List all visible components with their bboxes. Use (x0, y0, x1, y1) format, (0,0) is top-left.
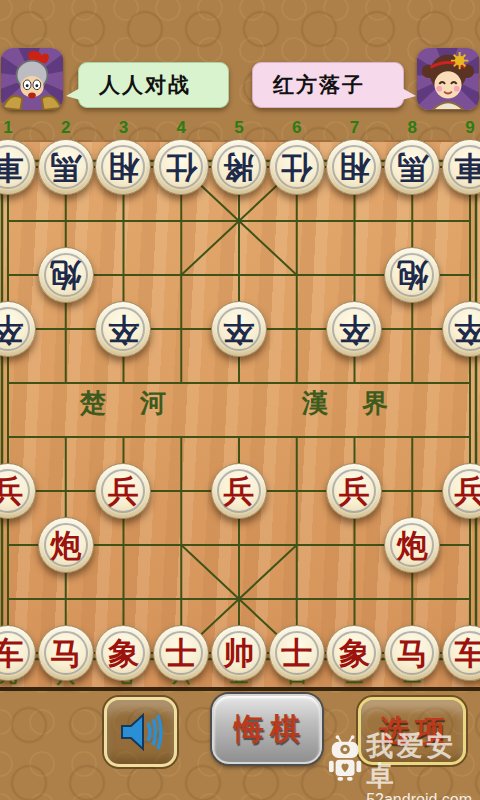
piece-glyph: 仕 (281, 152, 312, 183)
piece-red-elephant[interactable]: 象 (326, 625, 382, 681)
piece-glyph: 炮 (397, 530, 428, 561)
file-label-4: 4 (171, 118, 191, 138)
piece-glyph: 炮 (50, 260, 81, 291)
piece-red-chariot[interactable]: 车 (0, 625, 36, 681)
piece-glyph: 車 (0, 152, 23, 183)
piece-glyph: 卒 (0, 314, 23, 345)
piece-black-advisor[interactable]: 仕 (153, 139, 209, 195)
piece-glyph: 兵 (454, 476, 480, 507)
girl-avatar-icon (417, 48, 479, 110)
piece-glyph: 卒 (454, 314, 480, 345)
piece-black-horse[interactable]: 馬 (38, 139, 94, 195)
piece-red-elephant[interactable]: 象 (95, 625, 151, 681)
piece-red-horse[interactable]: 马 (384, 625, 440, 681)
undo-button[interactable]: 悔棋 (212, 694, 322, 764)
piece-glyph: 兵 (0, 476, 23, 507)
file-label-6: 6 (287, 118, 307, 138)
piece-black-elephant[interactable]: 相 (95, 139, 151, 195)
piece-black-advisor[interactable]: 仕 (269, 139, 325, 195)
piece-glyph: 车 (0, 638, 23, 669)
piece-glyph: 兵 (108, 476, 139, 507)
watermark-title: 我爱安卓 (366, 731, 480, 791)
piece-red-cannon[interactable]: 炮 (384, 517, 440, 573)
piece-red-advisor[interactable]: 士 (153, 625, 209, 681)
piece-glyph: 卒 (339, 314, 370, 345)
piece-red-soldier[interactable]: 兵 (442, 463, 480, 519)
right-player-avatar (417, 48, 479, 110)
piece-glyph: 马 (397, 638, 428, 669)
piece-red-soldier[interactable]: 兵 (0, 463, 36, 519)
piece-glyph: 马 (50, 638, 81, 669)
piece-glyph: 帅 (223, 638, 254, 669)
file-label-9: 9 (460, 118, 480, 138)
knight-avatar-icon (1, 48, 63, 110)
speaker-icon (117, 709, 165, 755)
piece-black-general[interactable]: 將 (211, 139, 267, 195)
piece-red-general[interactable]: 帅 (211, 625, 267, 681)
piece-glyph: 兵 (339, 476, 370, 507)
mode-bubble-text: 人人对战 (79, 71, 191, 99)
turn-bubble: 红方落子 (252, 62, 404, 108)
piece-black-chariot[interactable]: 車 (0, 139, 36, 195)
piece-glyph: 兵 (223, 476, 254, 507)
piece-grid: 車馬相仕將仕相馬車炮炮卒卒卒卒卒兵兵兵兵兵炮炮车马象士帅士象马车 (0, 140, 480, 680)
file-label-8: 8 (402, 118, 422, 138)
piece-glyph: 馬 (50, 152, 81, 183)
piece-glyph: 相 (108, 152, 139, 183)
file-label-3: 3 (114, 118, 134, 138)
piece-black-cannon[interactable]: 炮 (38, 247, 94, 303)
piece-red-horse[interactable]: 马 (38, 625, 94, 681)
undo-button-label: 悔棋 (228, 709, 306, 750)
watermark-domain: 52android.com (366, 791, 480, 800)
piece-black-soldier[interactable]: 卒 (0, 301, 36, 357)
file-label-5: 5 (229, 118, 249, 138)
piece-black-soldier[interactable]: 卒 (442, 301, 480, 357)
piece-red-chariot[interactable]: 车 (442, 625, 480, 681)
file-label-2: 2 (56, 118, 76, 138)
piece-glyph: 仕 (166, 152, 197, 183)
piece-glyph: 象 (339, 638, 370, 669)
piece-glyph: 车 (454, 638, 480, 669)
piece-glyph: 士 (166, 638, 197, 669)
piece-glyph: 將 (223, 152, 254, 183)
piece-glyph: 卒 (108, 314, 139, 345)
turn-bubble-text: 红方落子 (253, 71, 365, 99)
game-screen: 人人对战 红方落子 123456789 九八七六五四三二一 楚河 漢界 車馬相仕… (0, 0, 480, 800)
piece-red-advisor[interactable]: 士 (269, 625, 325, 681)
watermark: 我爱安卓 52android.com (328, 731, 480, 800)
mode-bubble: 人人对战 (78, 62, 229, 108)
bubble-tail (66, 88, 80, 100)
file-label-7: 7 (345, 118, 365, 138)
piece-glyph: 炮 (397, 260, 428, 291)
piece-glyph: 車 (454, 152, 480, 183)
piece-black-soldier[interactable]: 卒 (211, 301, 267, 357)
xiangqi-board[interactable]: 123456789 九八七六五四三二一 楚河 漢界 車馬相仕將仕相馬車炮炮卒卒卒… (0, 140, 480, 687)
piece-black-chariot[interactable]: 車 (442, 139, 480, 195)
file-label-1: 1 (0, 118, 18, 138)
piece-red-cannon[interactable]: 炮 (38, 517, 94, 573)
piece-black-cannon[interactable]: 炮 (384, 247, 440, 303)
piece-glyph: 士 (281, 638, 312, 669)
piece-black-soldier[interactable]: 卒 (326, 301, 382, 357)
piece-black-elephant[interactable]: 相 (326, 139, 382, 195)
piece-red-soldier[interactable]: 兵 (326, 463, 382, 519)
piece-glyph: 卒 (223, 314, 254, 345)
sound-button[interactable] (104, 697, 177, 767)
piece-red-soldier[interactable]: 兵 (211, 463, 267, 519)
piece-glyph: 炮 (50, 530, 81, 561)
piece-black-horse[interactable]: 馬 (384, 139, 440, 195)
left-player-avatar (1, 48, 63, 110)
piece-glyph: 馬 (397, 152, 428, 183)
piece-glyph: 相 (339, 152, 370, 183)
piece-glyph: 象 (108, 638, 139, 669)
bubble-tail (402, 88, 416, 100)
piece-red-soldier[interactable]: 兵 (95, 463, 151, 519)
piece-black-soldier[interactable]: 卒 (95, 301, 151, 357)
robot-mascot-icon (328, 731, 362, 783)
